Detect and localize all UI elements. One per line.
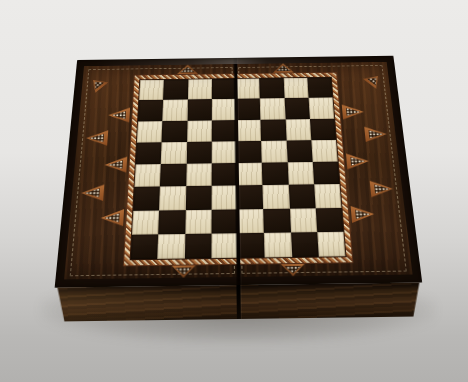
square-d6 bbox=[212, 120, 237, 142]
square-h5 bbox=[311, 140, 338, 162]
inlay-triangle bbox=[280, 263, 306, 277]
inlay-triangle bbox=[346, 153, 369, 169]
square-b8 bbox=[163, 79, 188, 99]
square-f5 bbox=[261, 140, 287, 162]
square-g8 bbox=[283, 78, 308, 98]
inlay-triangle bbox=[370, 181, 394, 198]
square-b6 bbox=[162, 120, 187, 142]
square-a2 bbox=[132, 210, 159, 234]
square-c3 bbox=[185, 186, 211, 210]
inlay-triangle bbox=[100, 209, 124, 226]
square-f8 bbox=[259, 78, 284, 98]
square-d5 bbox=[211, 141, 236, 163]
square-e3 bbox=[237, 185, 263, 209]
square-f6 bbox=[261, 119, 287, 141]
square-a3 bbox=[133, 187, 160, 211]
square-e6 bbox=[236, 119, 261, 141]
inlay-triangle bbox=[171, 264, 197, 278]
square-c2 bbox=[185, 209, 211, 233]
square-d4 bbox=[211, 163, 237, 186]
square-b4 bbox=[160, 164, 186, 187]
square-g3 bbox=[288, 185, 315, 209]
square-f7 bbox=[260, 98, 285, 119]
square-c6 bbox=[187, 120, 212, 142]
square-a8 bbox=[139, 80, 164, 101]
square-g6 bbox=[285, 119, 311, 141]
inlay-triangle bbox=[364, 126, 387, 142]
square-e4 bbox=[237, 163, 263, 186]
square-g2 bbox=[289, 208, 317, 232]
square-h7 bbox=[308, 98, 334, 119]
square-h2 bbox=[315, 207, 343, 231]
square-a5 bbox=[136, 142, 162, 164]
square-f1 bbox=[264, 232, 292, 257]
square-d3 bbox=[211, 186, 237, 210]
square-g7 bbox=[284, 98, 310, 119]
square-g5 bbox=[286, 140, 312, 162]
square-e7 bbox=[236, 99, 261, 120]
square-c4 bbox=[186, 163, 212, 186]
square-a7 bbox=[138, 100, 163, 121]
photo-scene bbox=[0, 0, 468, 382]
square-b7 bbox=[163, 100, 188, 121]
square-h1 bbox=[317, 232, 345, 257]
square-a1 bbox=[131, 234, 159, 259]
box-front-face bbox=[57, 282, 419, 321]
inlay-triangle bbox=[108, 108, 130, 123]
square-b2 bbox=[158, 210, 185, 234]
inlay-corner-triangle bbox=[87, 75, 109, 93]
square-e2 bbox=[237, 209, 264, 233]
chess-board-box bbox=[45, 32, 429, 333]
square-h4 bbox=[312, 162, 339, 185]
square-e1 bbox=[238, 233, 265, 258]
square-f3 bbox=[263, 185, 290, 209]
square-e8 bbox=[236, 78, 260, 98]
square-h8 bbox=[307, 77, 332, 97]
inlay-triangle bbox=[81, 185, 105, 202]
square-h3 bbox=[314, 184, 342, 208]
inlay-triangle bbox=[104, 157, 127, 173]
square-g4 bbox=[287, 162, 314, 185]
board-surface bbox=[55, 56, 423, 288]
square-a6 bbox=[137, 121, 163, 143]
square-b5 bbox=[161, 142, 187, 164]
inlay-triangle bbox=[351, 206, 375, 223]
hinge-seam-front bbox=[236, 285, 240, 319]
square-d8 bbox=[212, 79, 236, 99]
square-a4 bbox=[135, 164, 161, 187]
square-g1 bbox=[291, 232, 319, 257]
square-d1 bbox=[211, 233, 238, 258]
square-c5 bbox=[186, 141, 211, 163]
square-f4 bbox=[262, 162, 288, 185]
square-b3 bbox=[159, 186, 185, 210]
inlay-corner-triangle bbox=[363, 71, 385, 89]
square-c7 bbox=[187, 99, 212, 120]
square-f2 bbox=[263, 208, 290, 232]
inlay-triangle bbox=[85, 130, 108, 146]
square-b1 bbox=[158, 234, 185, 259]
square-c8 bbox=[187, 79, 211, 99]
square-d7 bbox=[212, 99, 237, 120]
square-e5 bbox=[236, 141, 262, 163]
square-d2 bbox=[211, 209, 237, 233]
square-c1 bbox=[184, 233, 211, 258]
square-h6 bbox=[310, 118, 336, 140]
inlay-triangle bbox=[342, 104, 365, 119]
